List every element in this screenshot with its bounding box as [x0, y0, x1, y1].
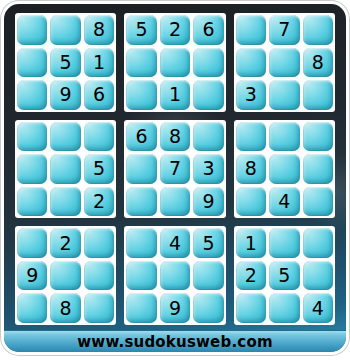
cell-r6c9[interactable]: [303, 187, 333, 217]
box-1: 85196: [15, 13, 116, 112]
cell-r1c2[interactable]: [50, 15, 80, 45]
cell-r7c6[interactable]: 5: [193, 228, 223, 258]
cell-r3c8[interactable]: [269, 80, 299, 110]
cell-r2c9[interactable]: 8: [303, 48, 333, 78]
cell-r4c7[interactable]: [236, 122, 266, 152]
cell-r2c1[interactable]: [17, 48, 47, 78]
cell-r7c9[interactable]: [303, 228, 333, 258]
cell-r8c8[interactable]: 5: [269, 261, 299, 291]
cell-r6c5[interactable]: [160, 187, 190, 217]
cell-r6c2[interactable]: [50, 187, 80, 217]
cell-r7c3[interactable]: [84, 228, 114, 258]
cell-r8c4[interactable]: [126, 261, 156, 291]
cell-r9c2[interactable]: 8: [50, 293, 80, 323]
cell-r1c1[interactable]: [17, 15, 47, 45]
sudoku-image: 8519652617835268739842984591254 www.sudo…: [0, 0, 350, 360]
cell-r5c9[interactable]: [303, 154, 333, 184]
cell-r2c6[interactable]: [193, 48, 223, 78]
cell-r6c8[interactable]: 4: [269, 187, 299, 217]
box-4: 52: [15, 120, 116, 219]
sudoku-grid: 8519652617835268739842984591254: [4, 4, 346, 330]
cell-r8c9[interactable]: [303, 261, 333, 291]
box-5: 68739: [124, 120, 225, 219]
cell-r2c2[interactable]: 5: [50, 48, 80, 78]
cell-r4c4[interactable]: 6: [126, 122, 156, 152]
cell-r2c3[interactable]: 1: [84, 48, 114, 78]
cell-r9c3[interactable]: [84, 293, 114, 323]
cell-r1c5[interactable]: 2: [160, 15, 190, 45]
cell-r3c2[interactable]: 9: [50, 80, 80, 110]
cell-r3c1[interactable]: [17, 80, 47, 110]
cell-r6c3[interactable]: 2: [84, 187, 114, 217]
cell-r3c9[interactable]: [303, 80, 333, 110]
cell-r9c1[interactable]: [17, 293, 47, 323]
cell-r3c3[interactable]: 6: [84, 80, 114, 110]
cell-r6c6[interactable]: 9: [193, 187, 223, 217]
cell-r7c2[interactable]: 2: [50, 228, 80, 258]
board-frame: 8519652617835268739842984591254 www.sudo…: [4, 4, 346, 352]
cell-r2c5[interactable]: [160, 48, 190, 78]
cell-r1c8[interactable]: 7: [269, 15, 299, 45]
cell-r6c7[interactable]: [236, 187, 266, 217]
cell-r1c9[interactable]: [303, 15, 333, 45]
cell-r1c6[interactable]: 6: [193, 15, 223, 45]
cell-r4c2[interactable]: [50, 122, 80, 152]
box-6: 84: [234, 120, 335, 219]
cell-r1c7[interactable]: [236, 15, 266, 45]
cell-r6c4[interactable]: [126, 187, 156, 217]
cell-r8c5[interactable]: [160, 261, 190, 291]
cell-r7c4[interactable]: [126, 228, 156, 258]
cell-r6c1[interactable]: [17, 187, 47, 217]
cell-r9c6[interactable]: [193, 293, 223, 323]
cell-r9c5[interactable]: 9: [160, 293, 190, 323]
cell-r1c4[interactable]: 5: [126, 15, 156, 45]
cell-r5c7[interactable]: 8: [236, 154, 266, 184]
cell-r3c6[interactable]: [193, 80, 223, 110]
cell-r7c8[interactable]: [269, 228, 299, 258]
cell-r8c2[interactable]: [50, 261, 80, 291]
cell-r3c5[interactable]: 1: [160, 80, 190, 110]
cell-r1c3[interactable]: 8: [84, 15, 114, 45]
cell-r5c5[interactable]: 7: [160, 154, 190, 184]
cell-r7c7[interactable]: 1: [236, 228, 266, 258]
cell-r4c1[interactable]: [17, 122, 47, 152]
cell-r4c3[interactable]: [84, 122, 114, 152]
cell-r9c8[interactable]: [269, 293, 299, 323]
cell-r5c3[interactable]: 5: [84, 154, 114, 184]
cell-r9c7[interactable]: [236, 293, 266, 323]
cell-r8c7[interactable]: 2: [236, 261, 266, 291]
cell-r5c8[interactable]: [269, 154, 299, 184]
cell-r3c7[interactable]: 3: [236, 80, 266, 110]
site-link[interactable]: www.sudokusweb.com: [77, 333, 272, 351]
cell-r9c4[interactable]: [126, 293, 156, 323]
cell-r8c3[interactable]: [84, 261, 114, 291]
cell-r5c2[interactable]: [50, 154, 80, 184]
cell-r2c4[interactable]: [126, 48, 156, 78]
cell-r4c9[interactable]: [303, 122, 333, 152]
cell-r8c6[interactable]: [193, 261, 223, 291]
cell-r5c1[interactable]: [17, 154, 47, 184]
cell-r7c1[interactable]: [17, 228, 47, 258]
box-2: 5261: [124, 13, 225, 112]
cell-r4c6[interactable]: [193, 122, 223, 152]
box-3: 783: [234, 13, 335, 112]
cell-r3c4[interactable]: [126, 80, 156, 110]
cell-r4c8[interactable]: [269, 122, 299, 152]
cell-r2c7[interactable]: [236, 48, 266, 78]
box-9: 1254: [234, 226, 335, 325]
cell-r5c4[interactable]: [126, 154, 156, 184]
cell-r4c5[interactable]: 8: [160, 122, 190, 152]
cell-r5c6[interactable]: 3: [193, 154, 223, 184]
cell-r7c5[interactable]: 4: [160, 228, 190, 258]
footer-bar: www.sudokusweb.com: [4, 330, 346, 352]
cell-r8c1[interactable]: 9: [17, 261, 47, 291]
cell-r9c9[interactable]: 4: [303, 293, 333, 323]
box-8: 459: [124, 226, 225, 325]
cell-r2c8[interactable]: [269, 48, 299, 78]
box-7: 298: [15, 226, 116, 325]
